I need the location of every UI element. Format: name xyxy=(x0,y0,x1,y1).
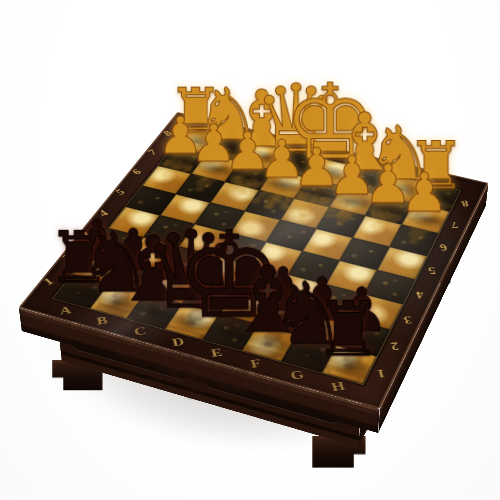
piece-cherry-rook: ♜ xyxy=(310,292,385,367)
rank-label-right-2: 2 xyxy=(389,339,400,351)
file-label-e: E xyxy=(209,346,223,360)
rank-label-right-6: 6 xyxy=(438,241,448,251)
rank-label-right-4: 4 xyxy=(415,288,425,299)
file-label-b: B xyxy=(95,314,108,327)
rank-label-left-5: 5 xyxy=(114,187,128,197)
rank-label-right-3: 3 xyxy=(402,313,412,325)
file-label-a: A xyxy=(58,304,71,317)
rank-label-left-6: 6 xyxy=(130,167,144,176)
piece-amber-pawn: ♟ xyxy=(398,166,452,220)
file-label-f: F xyxy=(248,357,262,371)
rank-label-right-7: 7 xyxy=(449,219,459,229)
file-label-g: G xyxy=(288,368,305,383)
file-label-h: H xyxy=(329,379,346,394)
rank-label-right-5: 5 xyxy=(427,264,437,275)
file-label-d: D xyxy=(170,335,185,349)
file-label-c: C xyxy=(133,325,147,339)
product-photo-scene: ABCDEFGH1122334455667788♜♜♞♞♝♝♛♛♚♚♝♝♞♞♜♜… xyxy=(0,0,500,500)
